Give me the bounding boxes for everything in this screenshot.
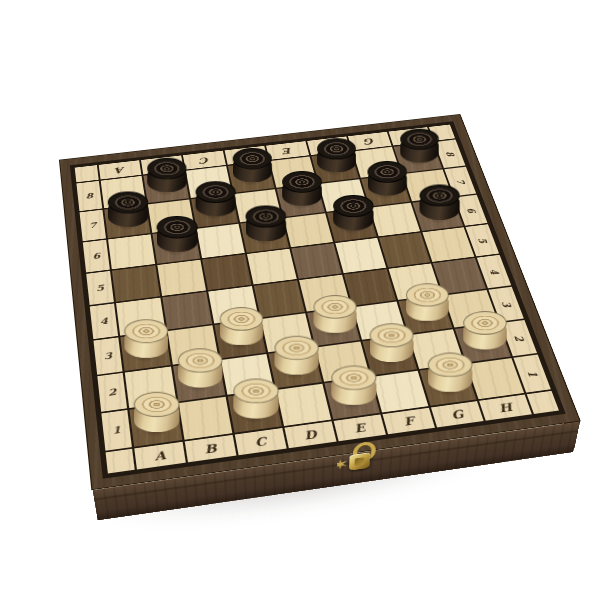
checker-light-c3[interactable] [220,307,264,345]
clasp: ✶ [337,440,384,481]
product-photo: ABCDEFGH8877665544332211ABCDEFGH ✶ [0,0,600,600]
checker-dark-h8[interactable] [400,129,439,163]
square-b6[interactable] [152,229,200,264]
square-g6[interactable] [370,203,420,237]
star-ornament-icon: ✶ [332,456,349,472]
rank-label-6-left: 6 [83,240,110,273]
square-f6[interactable] [327,208,377,242]
checker-light-e3[interactable] [314,295,357,333]
file-label-text: H [497,401,514,413]
checker-dark-c7[interactable] [196,181,236,216]
checker-dark-d8[interactable] [233,148,272,182]
checker-dark-g7[interactable] [368,161,408,196]
board-grid: ABCDEFGH8877665544332211ABCDEFGH [72,123,563,477]
checker-light-a1[interactable] [134,392,180,432]
rank-label-text: 4 [99,317,108,326]
square-c7[interactable] [191,194,238,227]
rank-label-8-left: 8 [76,181,102,211]
rank-label-text: 6 [465,207,477,213]
file-label-g-bottom: G [431,401,484,427]
checker-dark-a7[interactable] [108,192,148,228]
rank-label-text: 6 [92,252,100,260]
rank-label-text: 1 [112,425,121,435]
file-label-e-bottom: E [334,414,386,441]
checker-light-g1[interactable] [428,353,473,392]
rank-label-1-left: 1 [101,410,132,451]
rank-label-text: 8 [444,151,455,157]
file-label-a-bottom: A [134,442,185,470]
frame-corner [75,165,99,182]
rank-label-1-right: 1 [513,355,550,393]
square-d6[interactable] [240,218,289,252]
file-label-text: D [303,428,318,441]
checker-dark-b8[interactable] [147,158,186,193]
rank-label-text: 2 [512,334,525,341]
square-a7[interactable] [104,205,150,239]
file-label-text: E [282,146,293,155]
square-c5[interactable] [202,254,251,290]
checker-dark-e7[interactable] [282,171,322,206]
rank-label-text: 3 [500,300,513,307]
checker-dark-h6[interactable] [420,185,460,220]
file-label-text: C [254,435,267,448]
square-b5[interactable] [157,260,206,296]
frame-corner [106,449,135,474]
rank-label-text: 2 [107,387,116,397]
file-label-d-bottom: D [284,421,336,448]
square-d1[interactable] [276,384,331,426]
rank-label-4-left: 4 [90,303,118,339]
square-a6[interactable] [108,234,155,269]
rank-label-text: 3 [103,351,112,361]
checker-dark-f8[interactable] [317,138,356,172]
square-c1[interactable] [228,390,282,433]
file-label-text: F [402,415,415,427]
checker-dark-d6[interactable] [246,206,287,242]
rank-label-text: 4 [488,268,501,275]
square-g5[interactable] [379,233,430,268]
rank-label-5-left: 5 [86,271,114,305]
file-label-h-bottom: H [479,395,532,421]
square-a5[interactable] [112,265,160,301]
rank-label-3-left: 3 [93,337,122,374]
checkers-board-box: ABCDEFGH8877665544332211ABCDEFGH ✶ [59,114,581,490]
rank-label-text: 1 [525,370,538,378]
square-b4[interactable] [162,292,212,330]
file-label-text: G [450,408,465,420]
square-h6[interactable] [412,198,463,231]
checker-light-c1[interactable] [233,379,279,419]
frame-corner [527,391,559,414]
square-d5[interactable] [247,249,297,285]
checker-top [108,192,148,214]
checker-dark-f6[interactable] [333,195,373,231]
file-label-text: G [364,137,376,146]
checker-light-h2[interactable] [463,311,507,349]
file-label-text: A [115,165,125,174]
file-label-e-top: E [266,141,309,160]
square-e6[interactable] [284,213,333,247]
file-label-text: C [199,156,210,165]
rank-label-7-left: 7 [80,210,106,241]
file-label-text: E [353,422,366,434]
rank-label-2-left: 2 [97,373,127,412]
rank-label-text: 7 [454,178,466,184]
square-e1[interactable] [324,377,380,419]
checker-light-a3[interactable] [124,319,168,358]
square-a3[interactable] [120,331,170,371]
file-label-c-bottom: C [235,428,287,455]
clasp-hasp [349,452,370,470]
square-g1[interactable] [420,364,477,405]
rank-label-text: 5 [96,283,105,292]
square-f1[interactable] [372,371,428,413]
square-c6[interactable] [197,224,245,258]
rank-label-text: 5 [476,237,488,243]
file-label-text: A [154,449,167,462]
checker-light-g3[interactable] [406,283,449,321]
rank-label-text: 7 [89,221,97,229]
checker-light-f2[interactable] [370,324,414,363]
file-label-f-bottom: F [383,408,435,435]
checker-light-d2[interactable] [274,336,318,375]
square-a1[interactable] [129,403,182,446]
square-b8[interactable] [143,171,189,203]
checker-light-e1[interactable] [331,366,376,406]
square-b2[interactable] [173,360,225,401]
checker-light-b2[interactable] [178,349,223,388]
file-label-b-bottom: B [185,435,237,462]
square-e5[interactable] [291,243,341,278]
rank-label-text: 8 [85,192,93,200]
square-b1[interactable] [179,397,233,440]
file-label-text: B [204,442,218,455]
square-f5[interactable] [335,238,386,273]
checker-dark-b6[interactable] [157,216,198,252]
